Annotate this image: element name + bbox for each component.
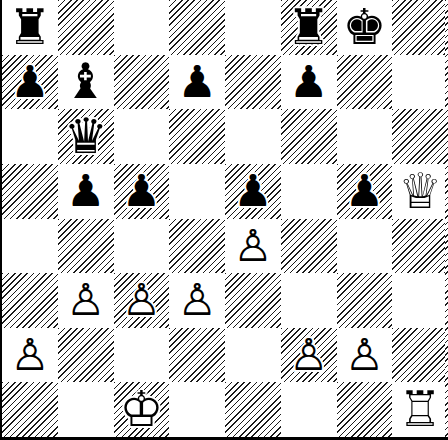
square-h4[interactable] <box>392 219 448 274</box>
piece-white-queen[interactable]: ♛♕ <box>392 164 448 219</box>
square-d3[interactable]: ♟♙ <box>169 273 225 328</box>
piece-black-pawn[interactable]: ♟♟ <box>2 55 58 110</box>
square-c4[interactable] <box>114 219 170 274</box>
piece-glyph: ♔ <box>114 382 170 437</box>
square-e8[interactable] <box>225 0 281 55</box>
square-a6[interactable] <box>2 109 58 164</box>
piece-glyph: ♟ <box>225 164 281 219</box>
piece-glyph: ♚ <box>337 0 393 55</box>
piece-glyph: ♙ <box>169 273 225 328</box>
square-h3[interactable] <box>392 273 448 328</box>
piece-black-pawn[interactable]: ♟♟ <box>114 164 170 219</box>
square-f2[interactable]: ♟♙ <box>281 328 337 383</box>
square-f8[interactable]: ♜♜ <box>281 0 337 55</box>
square-g7[interactable] <box>337 55 393 110</box>
square-d7[interactable]: ♟♟ <box>169 55 225 110</box>
piece-black-pawn[interactable]: ♟♟ <box>169 55 225 110</box>
square-f7[interactable]: ♟♟ <box>281 55 337 110</box>
piece-black-queen[interactable]: ♛♛ <box>58 109 114 164</box>
square-g8[interactable]: ♚♚ <box>337 0 393 55</box>
square-g5[interactable]: ♟♟ <box>337 164 393 219</box>
piece-black-pawn[interactable]: ♟♟ <box>225 164 281 219</box>
square-b5[interactable]: ♟♟ <box>58 164 114 219</box>
square-d6[interactable] <box>169 109 225 164</box>
square-h8[interactable] <box>392 0 448 55</box>
square-f4[interactable] <box>281 219 337 274</box>
piece-white-pawn[interactable]: ♟♙ <box>337 328 393 383</box>
piece-black-pawn[interactable]: ♟♟ <box>337 164 393 219</box>
square-b7[interactable]: ♝♝ <box>58 55 114 110</box>
piece-black-pawn[interactable]: ♟♟ <box>58 164 114 219</box>
piece-white-rook[interactable]: ♜♖ <box>392 382 448 437</box>
piece-glyph: ♙ <box>281 328 337 383</box>
square-e6[interactable] <box>225 109 281 164</box>
piece-glyph: ♟ <box>337 164 393 219</box>
piece-black-rook[interactable]: ♜♜ <box>281 0 337 55</box>
square-g6[interactable] <box>337 109 393 164</box>
piece-white-pawn[interactable]: ♟♙ <box>2 328 58 383</box>
square-a2[interactable]: ♟♙ <box>2 328 58 383</box>
square-e7[interactable] <box>225 55 281 110</box>
piece-glyph: ♟ <box>58 164 114 219</box>
square-c7[interactable] <box>114 55 170 110</box>
square-h1[interactable]: ♜♖ <box>392 382 448 437</box>
square-c3[interactable]: ♟♙ <box>114 273 170 328</box>
piece-glyph: ♙ <box>58 273 114 328</box>
piece-black-king[interactable]: ♚♚ <box>337 0 393 55</box>
square-e3[interactable] <box>225 273 281 328</box>
piece-glyph: ♝ <box>58 55 114 110</box>
chess-board: ♜♜♜♜♚♚♟♟♝♝♟♟♟♟♛♛♟♟♟♟♟♟♟♟♛♕♟♙♟♙♟♙♟♙♟♙♟♙♟♙… <box>2 0 448 437</box>
piece-white-pawn[interactable]: ♟♙ <box>281 328 337 383</box>
square-b4[interactable] <box>58 219 114 274</box>
square-b1[interactable] <box>58 382 114 437</box>
piece-glyph: ♜ <box>281 0 337 55</box>
piece-white-pawn[interactable]: ♟♙ <box>225 219 281 274</box>
square-h6[interactable] <box>392 109 448 164</box>
square-d4[interactable] <box>169 219 225 274</box>
square-c5[interactable]: ♟♟ <box>114 164 170 219</box>
square-e5[interactable]: ♟♟ <box>225 164 281 219</box>
square-c2[interactable] <box>114 328 170 383</box>
piece-glyph: ♛ <box>58 109 114 164</box>
square-a4[interactable] <box>2 219 58 274</box>
square-a3[interactable] <box>2 273 58 328</box>
piece-glyph: ♙ <box>337 328 393 383</box>
square-a8[interactable]: ♜♜ <box>2 0 58 55</box>
square-d8[interactable] <box>169 0 225 55</box>
square-e2[interactable] <box>225 328 281 383</box>
piece-glyph: ♟ <box>114 164 170 219</box>
square-h7[interactable] <box>392 55 448 110</box>
square-b3[interactable]: ♟♙ <box>58 273 114 328</box>
square-f5[interactable] <box>281 164 337 219</box>
piece-glyph: ♟ <box>2 55 58 110</box>
square-f3[interactable] <box>281 273 337 328</box>
square-g1[interactable] <box>337 382 393 437</box>
square-a1[interactable] <box>2 382 58 437</box>
square-c8[interactable] <box>114 0 170 55</box>
square-g4[interactable] <box>337 219 393 274</box>
piece-white-pawn[interactable]: ♟♙ <box>58 273 114 328</box>
square-h5[interactable]: ♛♕ <box>392 164 448 219</box>
square-a5[interactable] <box>2 164 58 219</box>
piece-glyph: ♕ <box>392 164 448 219</box>
square-a7[interactable]: ♟♟ <box>2 55 58 110</box>
piece-glyph: ♟ <box>169 55 225 110</box>
piece-glyph: ♖ <box>392 382 448 437</box>
square-g2[interactable]: ♟♙ <box>337 328 393 383</box>
square-e1[interactable] <box>225 382 281 437</box>
piece-white-pawn[interactable]: ♟♙ <box>169 273 225 328</box>
square-b8[interactable] <box>58 0 114 55</box>
square-d2[interactable] <box>169 328 225 383</box>
square-c6[interactable] <box>114 109 170 164</box>
square-d5[interactable] <box>169 164 225 219</box>
square-d1[interactable] <box>169 382 225 437</box>
chess-diagram: ♜♜♜♜♚♚♟♟♝♝♟♟♟♟♛♛♟♟♟♟♟♟♟♟♛♕♟♙♟♙♟♙♟♙♟♙♟♙♟♙… <box>0 0 448 440</box>
square-f6[interactable] <box>281 109 337 164</box>
piece-glyph: ♟ <box>281 55 337 110</box>
square-f1[interactable] <box>281 382 337 437</box>
piece-black-bishop[interactable]: ♝♝ <box>58 55 114 110</box>
piece-glyph: ♙ <box>225 219 281 274</box>
square-b6[interactable]: ♛♛ <box>58 109 114 164</box>
piece-black-pawn[interactable]: ♟♟ <box>281 55 337 110</box>
square-e4[interactable]: ♟♙ <box>225 219 281 274</box>
piece-black-rook[interactable]: ♜♜ <box>2 0 58 55</box>
square-h2[interactable] <box>392 328 448 383</box>
square-g3[interactable] <box>337 273 393 328</box>
piece-white-pawn[interactable]: ♟♙ <box>114 273 170 328</box>
piece-glyph: ♜ <box>2 0 58 55</box>
square-c1[interactable]: ♚♔ <box>114 382 170 437</box>
piece-white-king[interactable]: ♚♔ <box>114 382 170 437</box>
piece-glyph: ♙ <box>2 328 58 383</box>
square-b2[interactable] <box>58 328 114 383</box>
piece-glyph: ♙ <box>114 273 170 328</box>
